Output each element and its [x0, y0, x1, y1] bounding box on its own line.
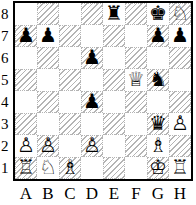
square-b1[interactable]: ♘: [37, 157, 59, 179]
piece-black-queen: ♛: [149, 112, 167, 134]
piece-white-queen: ♕: [127, 68, 145, 90]
square-e6[interactable]: [103, 47, 125, 69]
square-b8[interactable]: [37, 3, 59, 25]
square-a4[interactable]: [15, 91, 37, 113]
square-g8[interactable]: ♚: [147, 3, 169, 25]
rank-label-5: 5: [0, 69, 13, 91]
square-e3[interactable]: [103, 113, 125, 135]
piece-black-pawn: ♟: [149, 24, 167, 46]
square-d1[interactable]: [81, 157, 103, 179]
chess-board: ♜♚♘♟♟♟♟♟♕♞♟♛♙♙♙♙♗♖♘♗♔♖: [13, 1, 193, 181]
piece-white-bishop: ♗: [149, 134, 167, 156]
piece-black-pawn: ♟: [39, 24, 57, 46]
square-a3[interactable]: [15, 113, 37, 135]
file-label-f: F: [125, 183, 147, 205]
square-e8[interactable]: ♜: [103, 3, 125, 25]
piece-white-pawn: ♙: [39, 134, 57, 156]
file-label-c: C: [59, 183, 81, 205]
square-f2[interactable]: [125, 135, 147, 157]
square-h4[interactable]: [169, 91, 191, 113]
square-a5[interactable]: [15, 69, 37, 91]
square-h2[interactable]: [169, 135, 191, 157]
square-a1[interactable]: ♖: [15, 157, 37, 179]
chess-diagram: 87654321 ♜♚♘♟♟♟♟♟♕♞♟♛♙♙♙♙♗♖♘♗♔♖ ABCDEFGH: [0, 0, 196, 205]
square-e4[interactable]: [103, 91, 125, 113]
square-f3[interactable]: [125, 113, 147, 135]
square-g6[interactable]: [147, 47, 169, 69]
square-b3[interactable]: [37, 113, 59, 135]
square-f8[interactable]: [125, 3, 147, 25]
rank-label-4: 4: [0, 91, 13, 113]
square-g4[interactable]: [147, 91, 169, 113]
square-a2[interactable]: ♙: [15, 135, 37, 157]
square-b5[interactable]: [37, 69, 59, 91]
square-a7[interactable]: ♟: [15, 25, 37, 47]
square-d2[interactable]: ♙: [81, 135, 103, 157]
square-b2[interactable]: ♙: [37, 135, 59, 157]
file-label-e: E: [103, 183, 125, 205]
square-b4[interactable]: [37, 91, 59, 113]
square-g1[interactable]: ♔: [147, 157, 169, 179]
file-label-b: B: [37, 183, 59, 205]
square-e1[interactable]: [103, 157, 125, 179]
square-e7[interactable]: [103, 25, 125, 47]
square-c5[interactable]: [59, 69, 81, 91]
square-f1[interactable]: [125, 157, 147, 179]
piece-white-pawn: ♙: [17, 134, 35, 156]
piece-white-king: ♔: [149, 156, 167, 178]
piece-white-knight: ♘: [39, 156, 57, 178]
square-g3[interactable]: ♛: [147, 113, 169, 135]
rank-label-7: 7: [0, 25, 13, 47]
file-label-h: H: [169, 183, 191, 205]
piece-white-rook: ♖: [171, 156, 189, 178]
square-d6[interactable]: ♟: [81, 47, 103, 69]
square-f7[interactable]: [125, 25, 147, 47]
piece-black-king: ♚: [149, 2, 167, 24]
square-c4[interactable]: [59, 91, 81, 113]
piece-white-rook: ♖: [17, 156, 35, 178]
square-d3[interactable]: [81, 113, 103, 135]
rank-label-8: 8: [0, 3, 13, 25]
file-labels: ABCDEFGH: [15, 181, 193, 205]
square-d7[interactable]: [81, 25, 103, 47]
square-g2[interactable]: ♗: [147, 135, 169, 157]
square-g7[interactable]: ♟: [147, 25, 169, 47]
square-f4[interactable]: [125, 91, 147, 113]
square-g5[interactable]: ♞: [147, 69, 169, 91]
square-d8[interactable]: [81, 3, 103, 25]
square-h6[interactable]: [169, 47, 191, 69]
square-d5[interactable]: [81, 69, 103, 91]
rank-label-6: 6: [0, 47, 13, 69]
piece-white-knight: ♘: [171, 2, 189, 24]
rank-label-3: 3: [0, 113, 13, 135]
rank-labels: 87654321: [0, 1, 13, 181]
piece-black-pawn: ♟: [83, 90, 101, 112]
square-b7[interactable]: ♟: [37, 25, 59, 47]
piece-black-pawn: ♟: [171, 24, 189, 46]
piece-black-pawn: ♟: [17, 24, 35, 46]
file-label-g: G: [147, 183, 169, 205]
square-h5[interactable]: [169, 69, 191, 91]
square-h3[interactable]: ♙: [169, 113, 191, 135]
square-h7[interactable]: ♟: [169, 25, 191, 47]
square-c7[interactable]: [59, 25, 81, 47]
square-c1[interactable]: ♗: [59, 157, 81, 179]
square-f5[interactable]: ♕: [125, 69, 147, 91]
rank-label-2: 2: [0, 135, 13, 157]
square-e2[interactable]: [103, 135, 125, 157]
square-d4[interactable]: ♟: [81, 91, 103, 113]
square-c2[interactable]: [59, 135, 81, 157]
square-c8[interactable]: [59, 3, 81, 25]
square-f6[interactable]: [125, 47, 147, 69]
square-h1[interactable]: ♖: [169, 157, 191, 179]
square-h8[interactable]: ♘: [169, 3, 191, 25]
piece-white-pawn: ♙: [171, 112, 189, 134]
file-label-a: A: [15, 183, 37, 205]
piece-black-knight: ♞: [149, 68, 167, 90]
file-label-d: D: [81, 183, 103, 205]
square-c6[interactable]: [59, 47, 81, 69]
square-a6[interactable]: [15, 47, 37, 69]
piece-white-pawn: ♙: [83, 134, 101, 156]
square-b6[interactable]: [37, 47, 59, 69]
piece-white-bishop: ♗: [61, 156, 79, 178]
piece-black-rook: ♜: [105, 2, 123, 24]
square-a8[interactable]: [15, 3, 37, 25]
square-c3[interactable]: [59, 113, 81, 135]
square-e5[interactable]: [103, 69, 125, 91]
piece-black-pawn: ♟: [83, 46, 101, 68]
rank-label-1: 1: [0, 157, 13, 179]
